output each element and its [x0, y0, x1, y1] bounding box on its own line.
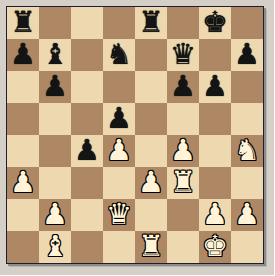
square-b8[interactable] — [39, 7, 71, 39]
white-pawn-piece: ♟ — [202, 199, 228, 230]
white-pawn-piece: ♟ — [170, 135, 196, 166]
square-e1[interactable]: ♜ — [135, 231, 167, 263]
white-bishop-piece: ♝ — [42, 231, 68, 262]
square-c5[interactable] — [71, 103, 103, 135]
white-knight-piece: ♞ — [234, 135, 260, 166]
black-pawn-piece: ♟ — [42, 71, 68, 102]
square-h8[interactable] — [231, 7, 263, 39]
square-d1[interactable] — [103, 231, 135, 263]
black-rook-piece: ♜ — [10, 7, 36, 38]
square-f7[interactable]: ♛ — [167, 39, 199, 71]
square-d3[interactable] — [103, 167, 135, 199]
square-d5[interactable]: ♟ — [103, 103, 135, 135]
square-h3[interactable] — [231, 167, 263, 199]
square-g5[interactable] — [199, 103, 231, 135]
square-g8[interactable]: ♚ — [199, 7, 231, 39]
square-b4[interactable] — [39, 135, 71, 167]
square-a4[interactable] — [7, 135, 39, 167]
square-f8[interactable] — [167, 7, 199, 39]
square-g4[interactable] — [199, 135, 231, 167]
square-b7[interactable]: ♝ — [39, 39, 71, 71]
square-f6[interactable]: ♟ — [167, 71, 199, 103]
black-knight-piece: ♞ — [106, 39, 132, 70]
white-pawn-piece: ♟ — [42, 199, 68, 230]
black-pawn-piece: ♟ — [170, 71, 196, 102]
square-b3[interactable] — [39, 167, 71, 199]
white-pawn-piece: ♟ — [10, 167, 36, 198]
square-a5[interactable] — [7, 103, 39, 135]
square-a7[interactable]: ♟ — [7, 39, 39, 71]
square-g1[interactable]: ♚ — [199, 231, 231, 263]
square-e7[interactable] — [135, 39, 167, 71]
square-f3[interactable]: ♜ — [167, 167, 199, 199]
white-king-piece: ♚ — [202, 231, 228, 262]
square-e6[interactable] — [135, 71, 167, 103]
square-a2[interactable] — [7, 199, 39, 231]
white-rook-piece: ♜ — [138, 231, 164, 262]
square-e3[interactable]: ♟ — [135, 167, 167, 199]
square-h6[interactable] — [231, 71, 263, 103]
square-a3[interactable]: ♟ — [7, 167, 39, 199]
square-h5[interactable] — [231, 103, 263, 135]
white-queen-piece: ♛ — [106, 199, 132, 230]
square-g3[interactable] — [199, 167, 231, 199]
square-c6[interactable] — [71, 71, 103, 103]
square-h7[interactable]: ♟ — [231, 39, 263, 71]
black-queen-piece: ♛ — [170, 39, 196, 70]
black-pawn-piece: ♟ — [202, 71, 228, 102]
black-bishop-piece: ♝ — [42, 39, 68, 70]
white-pawn-piece: ♟ — [106, 135, 132, 166]
square-e8[interactable]: ♜ — [135, 7, 167, 39]
square-f1[interactable] — [167, 231, 199, 263]
square-d6[interactable] — [103, 71, 135, 103]
square-d8[interactable] — [103, 7, 135, 39]
square-f4[interactable]: ♟ — [167, 135, 199, 167]
square-e5[interactable] — [135, 103, 167, 135]
square-b2[interactable]: ♟ — [39, 199, 71, 231]
square-b6[interactable]: ♟ — [39, 71, 71, 103]
chessboard-frame: ♜♜♚♟♝♞♛♟♟♟♟♟♟♟♟♞♟♟♜♟♛♟♟♝♜♚ — [0, 0, 275, 276]
square-f5[interactable] — [167, 103, 199, 135]
white-pawn-piece: ♟ — [138, 167, 164, 198]
square-h2[interactable]: ♟ — [231, 199, 263, 231]
square-f2[interactable] — [167, 199, 199, 231]
square-d4[interactable]: ♟ — [103, 135, 135, 167]
square-a8[interactable]: ♜ — [7, 7, 39, 39]
square-e2[interactable] — [135, 199, 167, 231]
square-h1[interactable] — [231, 231, 263, 263]
black-pawn-piece: ♟ — [106, 103, 132, 134]
black-king-piece: ♚ — [202, 7, 228, 38]
square-g6[interactable]: ♟ — [199, 71, 231, 103]
square-d7[interactable]: ♞ — [103, 39, 135, 71]
square-a6[interactable] — [7, 71, 39, 103]
square-c2[interactable] — [71, 199, 103, 231]
white-pawn-piece: ♟ — [234, 199, 260, 230]
square-c7[interactable] — [71, 39, 103, 71]
square-c3[interactable] — [71, 167, 103, 199]
square-a1[interactable] — [7, 231, 39, 263]
black-rook-piece: ♜ — [138, 7, 164, 38]
square-c8[interactable] — [71, 7, 103, 39]
black-pawn-piece: ♟ — [74, 135, 100, 166]
black-pawn-piece: ♟ — [10, 39, 36, 70]
square-c4[interactable]: ♟ — [71, 135, 103, 167]
chessboard: ♜♜♚♟♝♞♛♟♟♟♟♟♟♟♟♞♟♟♜♟♛♟♟♝♜♚ — [6, 6, 264, 264]
square-b5[interactable] — [39, 103, 71, 135]
square-d2[interactable]: ♛ — [103, 199, 135, 231]
square-e4[interactable] — [135, 135, 167, 167]
white-rook-piece: ♜ — [170, 167, 196, 198]
square-g7[interactable] — [199, 39, 231, 71]
square-h4[interactable]: ♞ — [231, 135, 263, 167]
square-c1[interactable] — [71, 231, 103, 263]
square-g2[interactable]: ♟ — [199, 199, 231, 231]
black-pawn-piece: ♟ — [234, 39, 260, 70]
square-b1[interactable]: ♝ — [39, 231, 71, 263]
